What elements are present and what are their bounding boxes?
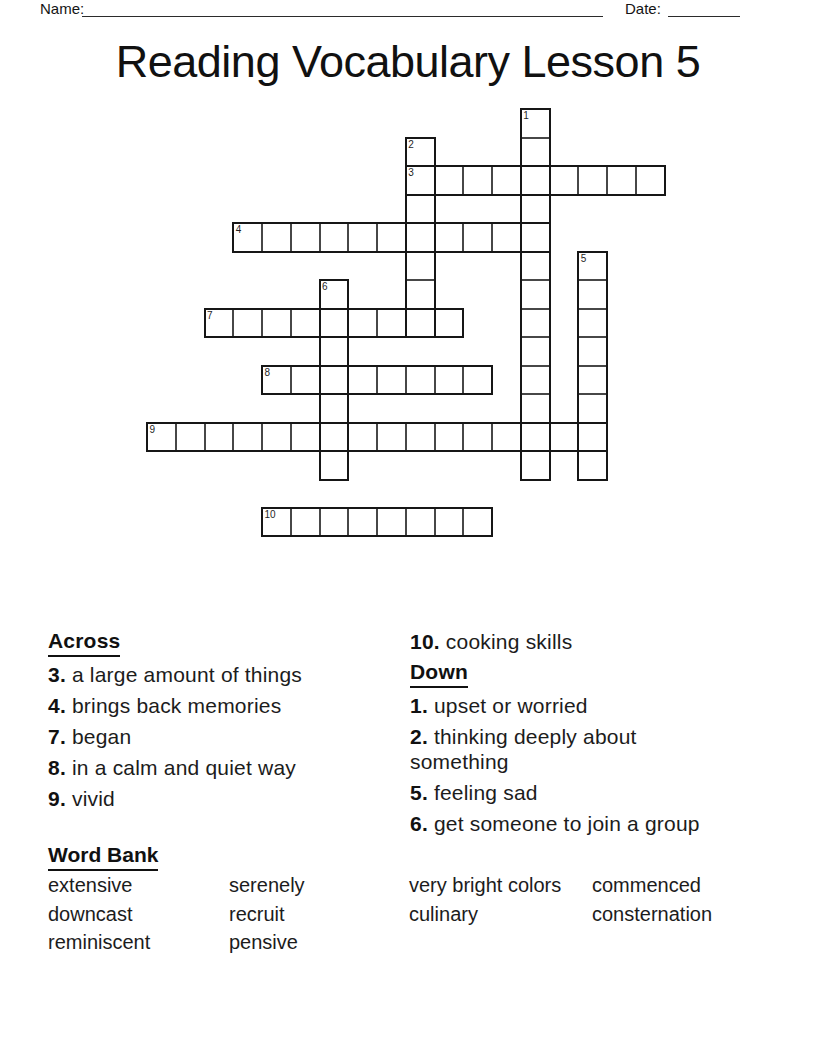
clue-number: 7. (48, 725, 66, 748)
clue-down-6: 6. get someone to join a group (410, 811, 712, 836)
word-bank-word: very bright colors (409, 871, 561, 900)
clue-number: 9. (48, 787, 66, 810)
grid-cell-r12c13[interactable] (521, 451, 550, 480)
word-bank-word: pensive (229, 928, 305, 957)
grid-cell-r11c13[interactable] (521, 423, 550, 452)
clue-across-8: 8. in a calm and quiet way (48, 755, 400, 780)
clue-number: 8. (48, 756, 66, 779)
clue-number: 5. (410, 781, 428, 804)
word-bank-column-4: commencedconsternation (592, 871, 712, 928)
grid-cell-r10c13[interactable] (521, 394, 550, 423)
clue-down-5: 5. feeling sad (410, 780, 712, 805)
grid-cell-r2c16[interactable] (607, 166, 636, 195)
grid-cell-r11c12[interactable] (492, 423, 521, 452)
word-bank-word: recruit (229, 900, 305, 929)
word-bank-word: consternation (592, 900, 712, 929)
clue-number: 10. (410, 630, 440, 653)
grid-cell-r7c10[interactable] (435, 309, 464, 338)
grid-cell-r0c13[interactable] (521, 109, 550, 138)
clue-number: 3. (48, 663, 66, 686)
word-bank-word: downcast (48, 900, 150, 929)
crossword-grid: 12345678910 (147, 109, 667, 539)
date-input-line[interactable] (668, 16, 740, 17)
word-bank-header: Word Bank (48, 843, 158, 871)
grid-cell-r7c8[interactable] (377, 309, 406, 338)
grid-cell-r11c5[interactable] (291, 423, 320, 452)
grid-cell-r9c6[interactable] (320, 366, 349, 395)
grid-cell-r14c7[interactable] (348, 508, 377, 537)
grid-cell-r2c15[interactable] (578, 166, 607, 195)
grid-cell-r4c9[interactable] (406, 223, 435, 252)
grid-cell-r7c5[interactable] (291, 309, 320, 338)
grid-cell-r11c14[interactable] (550, 423, 579, 452)
grid-cell-r9c8[interactable] (377, 366, 406, 395)
word-bank-column-1: extensivedowncastreminiscent (48, 871, 150, 957)
grid-cell-r14c6[interactable] (320, 508, 349, 537)
clue-across-3: 3. a large amount of things (48, 662, 400, 687)
clue-number: 2. (410, 725, 428, 748)
grid-cell-r9c7[interactable] (348, 366, 377, 395)
word-bank: Word Bank extensivedowncastreminiscentse… (48, 843, 768, 953)
word-bank-column-3: very bright colorsculinary (409, 871, 561, 928)
grid-cell-r1c13[interactable] (521, 138, 550, 167)
grid-cell-r12c15[interactable] (578, 451, 607, 480)
grid-cell-r4c12[interactable] (492, 223, 521, 252)
word-bank-word: culinary (409, 900, 561, 929)
clue-across-10: 10. cooking skills (410, 629, 712, 654)
grid-cell-r14c4[interactable] (262, 508, 291, 537)
grid-cell-r8c6[interactable] (320, 337, 349, 366)
grid-cell-r9c10[interactable] (435, 366, 464, 395)
grid-cell-r4c5[interactable] (291, 223, 320, 252)
grid-cell-r2c14[interactable] (550, 166, 579, 195)
grid-cell-r10c6[interactable] (320, 394, 349, 423)
grid-cell-r11c6[interactable] (320, 423, 349, 452)
clue-down-2: 2. thinking deeply about something (410, 724, 712, 774)
grid-cell-r11c11[interactable] (463, 423, 492, 452)
clue-across-9: 9. vivid (48, 786, 400, 811)
word-bank-word: serenely (229, 871, 305, 900)
grid-cell-r14c5[interactable] (291, 508, 320, 537)
clue-number: 4. (48, 694, 66, 717)
clue-number: 6. (410, 812, 428, 835)
grid-cell-r4c3[interactable] (233, 223, 262, 252)
grid-cell-r14c11[interactable] (463, 508, 492, 537)
grid-cell-r11c0[interactable] (147, 423, 176, 452)
clue-across-7: 7. began (48, 724, 400, 749)
grid-cell-r2c17[interactable] (636, 166, 665, 195)
grid-cell-r6c9[interactable] (406, 280, 435, 309)
down-header: Down (410, 660, 468, 688)
grid-cell-r11c9[interactable] (406, 423, 435, 452)
grid-cell-r11c4[interactable] (262, 423, 291, 452)
clue-number: 1. (410, 694, 428, 717)
grid-cell-r8c15[interactable] (578, 337, 607, 366)
grid-cell-r4c10[interactable] (435, 223, 464, 252)
grid-cell-r2c11[interactable] (463, 166, 492, 195)
grid-cell-r7c4[interactable] (262, 309, 291, 338)
grid-cell-r4c7[interactable] (348, 223, 377, 252)
grid-cell-r9c13[interactable] (521, 366, 550, 395)
grid-cell-r14c10[interactable] (435, 508, 464, 537)
grid-cell-r11c1[interactable] (176, 423, 205, 452)
grid-cell-r2c10[interactable] (435, 166, 464, 195)
grid-cell-r6c15[interactable] (578, 280, 607, 309)
grid-cell-r4c8[interactable] (377, 223, 406, 252)
grid-cell-r9c4[interactable] (262, 366, 291, 395)
page-title: Reading Vocabulary Lesson 5 (0, 37, 816, 87)
grid-cell-r4c11[interactable] (463, 223, 492, 252)
grid-cell-r14c9[interactable] (406, 508, 435, 537)
down-clues-column: 10. cooking skillsDown1. upset or worrie… (410, 629, 712, 842)
clue-down-1: 1. upset or worried (410, 693, 712, 718)
grid-cell-r7c9[interactable] (406, 309, 435, 338)
name-label: Name: (40, 1, 84, 16)
grid-cell-r7c13[interactable] (521, 309, 550, 338)
grid-cell-r3c9[interactable] (406, 195, 435, 224)
word-bank-word: reminiscent (48, 928, 150, 957)
grid-cell-r7c3[interactable] (233, 309, 262, 338)
grid-cell-r11c7[interactable] (348, 423, 377, 452)
grid-cell-r12c6[interactable] (320, 451, 349, 480)
grid-cell-r11c3[interactable] (233, 423, 262, 452)
word-bank-word: commenced (592, 871, 712, 900)
grid-cell-r4c13[interactable] (521, 223, 550, 252)
word-bank-column-2: serenelyrecruitpensive (229, 871, 305, 957)
grid-cell-r6c6[interactable] (320, 280, 349, 309)
grid-cell-r7c7[interactable] (348, 309, 377, 338)
grid-cell-r3c13[interactable] (521, 195, 550, 224)
grid-cell-r11c2[interactable] (205, 423, 234, 452)
grid-cell-r6c13[interactable] (521, 280, 550, 309)
grid-cell-r7c15[interactable] (578, 309, 607, 338)
grid-cell-r14c8[interactable] (377, 508, 406, 537)
grid-cell-r11c15[interactable] (578, 423, 607, 452)
grid-cell-r2c12[interactable] (492, 166, 521, 195)
grid-cell-r7c2[interactable] (205, 309, 234, 338)
name-input-line[interactable] (82, 16, 603, 17)
across-header: Across (48, 629, 120, 657)
grid-cell-r9c9[interactable] (406, 366, 435, 395)
grid-cell-r11c10[interactable] (435, 423, 464, 452)
grid-cell-r9c11[interactable] (463, 366, 492, 395)
grid-cell-r5c9[interactable] (406, 252, 435, 281)
grid-cell-r5c15[interactable] (578, 252, 607, 281)
word-bank-word: extensive (48, 871, 150, 900)
grid-cell-r7c6[interactable] (320, 309, 349, 338)
clue-across-4: 4. brings back memories (48, 693, 400, 718)
date-label: Date: (625, 1, 661, 16)
grid-cell-r9c15[interactable] (578, 366, 607, 395)
grid-cell-r2c13[interactable] (521, 166, 550, 195)
grid-cell-r5c13[interactable] (521, 252, 550, 281)
grid-cell-r9c5[interactable] (291, 366, 320, 395)
grid-cell-r4c4[interactable] (262, 223, 291, 252)
worksheet-page: Name: Date: Reading Vocabulary Lesson 5 … (0, 0, 816, 1056)
across-clues-column: Across3. a large amount of things4. brin… (48, 629, 400, 817)
grid-cell-r2c9[interactable] (406, 166, 435, 195)
grid-cell-r10c15[interactable] (578, 394, 607, 423)
grid-cell-r1c9[interactable] (406, 138, 435, 167)
grid-cell-r4c6[interactable] (320, 223, 349, 252)
grid-cell-r8c13[interactable] (521, 337, 550, 366)
grid-cell-r11c8[interactable] (377, 423, 406, 452)
